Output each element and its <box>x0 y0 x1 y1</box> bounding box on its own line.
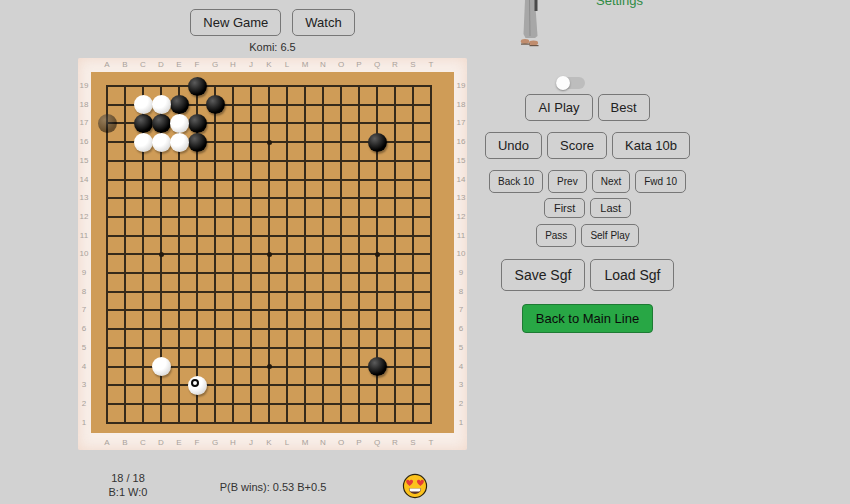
board-col-label: Q <box>370 437 384 449</box>
last-button[interactable]: Last <box>590 198 631 218</box>
board-row-label: 10 <box>77 248 91 260</box>
board-row-label: 17 <box>77 117 91 129</box>
stone-black-D17 <box>152 114 171 133</box>
board-col-label: M <box>298 59 312 71</box>
grid-line-horizontal <box>106 328 432 330</box>
stone-black-C17 <box>134 114 153 133</box>
board-row-label: 9 <box>454 267 468 279</box>
grid-line-horizontal <box>106 384 432 386</box>
board-col-label: D <box>154 59 168 71</box>
heart-eyes-emoji-icon <box>402 473 428 499</box>
board-col-label: C <box>136 437 150 449</box>
board-row-label: 10 <box>454 248 468 260</box>
grid-line-vertical <box>412 85 414 424</box>
ai-play-button[interactable]: AI Play <box>525 94 592 121</box>
star-point <box>159 252 164 257</box>
board-col-label: B <box>118 59 132 71</box>
ghost-stone-A17 <box>98 114 117 133</box>
grid-line-vertical <box>322 85 324 424</box>
move-counter-text: 18 / 18 <box>78 471 178 485</box>
star-point <box>375 252 380 257</box>
toggle-knob <box>556 76 570 90</box>
stone-black-F16 <box>188 133 207 152</box>
control-panel: AI Play Best Undo Score Kata 10b Back 10… <box>500 77 675 333</box>
board-col-label: F <box>190 59 204 71</box>
board-col-label: S <box>406 59 420 71</box>
board-col-label: P <box>352 437 366 449</box>
board-col-label: Q <box>370 59 384 71</box>
stone-white-D4 <box>152 357 171 376</box>
board-row-label: 3 <box>77 379 91 391</box>
board-col-label: T <box>424 59 438 71</box>
next-button[interactable]: Next <box>592 170 631 193</box>
board-row-label: 2 <box>77 398 91 410</box>
komi-label: Komi: 6.5 <box>78 41 467 53</box>
board-row-label: 15 <box>77 155 91 167</box>
board-col-label: A <box>100 59 114 71</box>
undo-button[interactable]: Undo <box>485 132 542 159</box>
board-col-label: O <box>334 59 348 71</box>
stone-black-F19 <box>188 77 207 96</box>
board-col-label: D <box>154 437 168 449</box>
board-row-label: 8 <box>454 286 468 298</box>
grid-line-horizontal <box>106 272 432 274</box>
self-play-button[interactable]: Self Play <box>581 224 638 247</box>
star-point <box>267 252 272 257</box>
board-col-label: M <box>298 437 312 449</box>
stone-white-D18 <box>152 95 171 114</box>
board-col-label: C <box>136 59 150 71</box>
app-window: New Game Watch Komi: 6.5 Settings AABBCC… <box>0 0 850 504</box>
stone-black-Q4 <box>368 357 387 376</box>
board-row-label: 19 <box>77 80 91 92</box>
board-row-label: 12 <box>77 211 91 223</box>
board-col-label: J <box>244 59 258 71</box>
star-point <box>267 140 272 145</box>
board-row-label: 18 <box>77 99 91 111</box>
fwd-10-button[interactable]: Fwd 10 <box>635 170 686 193</box>
stone-black-Q16 <box>368 133 387 152</box>
board-col-label: B <box>118 437 132 449</box>
board-row-label: 6 <box>454 323 468 335</box>
board-col-label: S <box>406 437 420 449</box>
ai-toggle-switch[interactable] <box>556 77 585 89</box>
board-row-label: 16 <box>454 136 468 148</box>
board-row-label: 7 <box>454 304 468 316</box>
settings-link[interactable]: Settings <box>596 0 643 8</box>
stone-white-E17 <box>170 114 189 133</box>
star-point <box>267 364 272 369</box>
board-col-label: H <box>226 59 240 71</box>
board-row-label: 14 <box>454 174 468 186</box>
stone-black-G18 <box>206 95 225 114</box>
grid-line-vertical <box>358 85 360 424</box>
go-board: AABBCCDDEEFFGGHHJJKKLLMMNNOOPPQQRRSSTT19… <box>78 58 467 450</box>
board-col-label: G <box>208 437 222 449</box>
grid-line-horizontal <box>106 403 432 405</box>
board-col-label: T <box>424 437 438 449</box>
stone-white-D16 <box>152 133 171 152</box>
grid-line-horizontal <box>106 309 432 311</box>
grid-line-vertical <box>340 85 342 424</box>
board-col-label: L <box>280 59 294 71</box>
board-row-label: 19 <box>454 80 468 92</box>
board-row-label: 16 <box>77 136 91 148</box>
save-sgf-button[interactable]: Save Sgf <box>501 259 586 291</box>
board-col-label: P <box>352 59 366 71</box>
move-counter: 18 / 18 B:1 W:0 <box>78 471 178 499</box>
pass-button[interactable]: Pass <box>536 224 576 247</box>
best-button[interactable]: Best <box>598 94 650 121</box>
grid-line-vertical <box>394 85 396 424</box>
grid-line-vertical <box>304 85 306 424</box>
first-button[interactable]: First <box>544 198 585 218</box>
watch-button[interactable]: Watch <box>292 9 354 36</box>
win-probability-text: P(B wins): 0.53 B+0.5 <box>178 481 368 493</box>
prev-button[interactable]: Prev <box>548 170 587 193</box>
board-row-label: 5 <box>454 342 468 354</box>
board-row-label: 9 <box>77 267 91 279</box>
board-row-label: 18 <box>454 99 468 111</box>
board-row-label: 2 <box>454 398 468 410</box>
board-row-label: 17 <box>454 117 468 129</box>
captures-text: B:1 W:0 <box>78 485 178 499</box>
board-row-label: 6 <box>77 323 91 335</box>
grid-line-vertical <box>286 85 288 424</box>
board-col-label: J <box>244 437 258 449</box>
board-col-label: L <box>280 437 294 449</box>
score-button[interactable]: Score <box>547 132 607 159</box>
board-row-label: 15 <box>454 155 468 167</box>
board-col-label: F <box>190 437 204 449</box>
board-row-label: 14 <box>77 174 91 186</box>
board-row-label: 13 <box>454 192 468 204</box>
board-row-label: 1 <box>454 417 468 429</box>
stone-white-E16 <box>170 133 189 152</box>
stone-black-F17 <box>188 114 207 133</box>
board-row-label: 1 <box>77 417 91 429</box>
board-row-label: 11 <box>454 230 468 242</box>
board-col-label: E <box>172 437 186 449</box>
new-game-button[interactable]: New Game <box>190 9 281 36</box>
grid-line-horizontal <box>106 291 432 293</box>
board-col-label: K <box>262 59 276 71</box>
grid-line-vertical <box>430 85 432 424</box>
board-row-label: 4 <box>454 361 468 373</box>
board-row-label: 7 <box>77 304 91 316</box>
board-row-label: 4 <box>77 361 91 373</box>
board-col-label: N <box>316 437 330 449</box>
grid-line-horizontal <box>106 347 432 349</box>
board-col-label: H <box>226 437 240 449</box>
stone-white-C16 <box>134 133 153 152</box>
back-10-button[interactable]: Back 10 <box>489 170 543 193</box>
board-row-label: 8 <box>77 286 91 298</box>
grid-line-horizontal <box>106 422 432 424</box>
board-col-label: R <box>388 59 402 71</box>
stone-black-E18 <box>170 95 189 114</box>
board-col-label: R <box>388 437 402 449</box>
load-sgf-button[interactable]: Load Sgf <box>590 259 674 291</box>
kata-10b-button[interactable]: Kata 10b <box>612 132 690 159</box>
board-col-label: K <box>262 437 276 449</box>
back-to-main-line-button[interactable]: Back to Main Line <box>522 304 653 333</box>
board-row-label: 13 <box>77 192 91 204</box>
board-col-label: G <box>208 59 222 71</box>
board-row-label: 12 <box>454 211 468 223</box>
player-avatar-image <box>511 0 547 47</box>
board-col-label: E <box>172 59 186 71</box>
top-button-bar: New Game Watch <box>78 9 467 36</box>
board-row-label: 3 <box>454 379 468 391</box>
board-row-label: 11 <box>77 230 91 242</box>
board-col-label: A <box>100 437 114 449</box>
board-col-label: N <box>316 59 330 71</box>
board-col-label: O <box>334 437 348 449</box>
stone-white-C18 <box>134 95 153 114</box>
board-row-label: 5 <box>77 342 91 354</box>
